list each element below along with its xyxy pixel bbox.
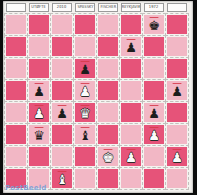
stamp-c8 xyxy=(52,15,72,34)
stamp-inscription-mark xyxy=(150,105,159,107)
stamp-d8 xyxy=(75,15,95,34)
header-label-4: FISCHER xyxy=(98,3,118,12)
stamp-inscription-mark xyxy=(81,127,90,129)
stamp-f5 xyxy=(121,81,141,100)
stamp-c2 xyxy=(52,147,72,166)
stamp-inscription-mark xyxy=(173,149,182,151)
stamp-h6 xyxy=(167,59,187,78)
stamp-inscription-mark xyxy=(150,127,159,129)
stamp-d3: ♝ xyxy=(75,125,95,144)
stamp-g6 xyxy=(144,59,164,78)
stamp-g7 xyxy=(144,37,164,56)
stamp-inscription-mark xyxy=(81,83,90,85)
stamp-e5 xyxy=(98,81,118,100)
black-pawn-icon: ♟ xyxy=(79,63,91,76)
stamp-b2 xyxy=(29,147,49,166)
stamp-c5 xyxy=(52,81,72,100)
stamp-f7: ♟ xyxy=(121,37,141,56)
stamp-inscription-mark xyxy=(35,105,44,107)
stamp-h8 xyxy=(167,15,187,34)
stamp-g1 xyxy=(144,169,164,188)
white-pawn-icon: ♟ xyxy=(125,151,137,164)
stamp-d7 xyxy=(75,37,95,56)
white-king-icon: ♚ xyxy=(102,151,114,164)
stamp-c1: ♝ xyxy=(52,169,72,188)
stamp-inscription-mark xyxy=(127,149,136,151)
white-pawn-icon: ♟ xyxy=(148,129,160,142)
stamp-g3: ♟ xyxy=(144,125,164,144)
stamp-e8 xyxy=(98,15,118,34)
stamp-e4 xyxy=(98,103,118,122)
header-label-1: UTØFTE xyxy=(29,3,49,12)
stamp-sheet: UTØFTE2010SPASSKYFISCHERREYKJAVIK1972 ♚♟… xyxy=(3,1,193,193)
stamp-a5 xyxy=(6,81,26,100)
stamp-b4: ♟ xyxy=(29,103,49,122)
stamp-c7 xyxy=(52,37,72,56)
stamp-g8: ♚ xyxy=(144,15,164,34)
stamp-d6: ♟ xyxy=(75,59,95,78)
stamp-f3 xyxy=(121,125,141,144)
stamp-g4: ♟ xyxy=(144,103,164,122)
stamp-g2 xyxy=(144,147,164,166)
header-label-2: 2010 xyxy=(52,3,72,12)
stamp-e1 xyxy=(98,169,118,188)
stamp-f6 xyxy=(121,59,141,78)
stamp-g5 xyxy=(144,81,164,100)
stamp-a8 xyxy=(6,15,26,34)
header-label-0 xyxy=(6,3,26,12)
stamp-d5: ♟ xyxy=(75,81,95,100)
stamp-inscription-mark xyxy=(173,83,182,85)
watermark: PostBeeld xyxy=(5,184,47,192)
stamp-inscription-mark xyxy=(81,105,90,107)
black-pawn-icon: ♟ xyxy=(56,107,68,120)
stamp-inscription-mark xyxy=(58,105,67,107)
stamp-f1 xyxy=(121,169,141,188)
stamp-c3 xyxy=(52,125,72,144)
sheet-header: UTØFTE2010SPASSKYFISCHERREYKJAVIK1972 xyxy=(6,3,187,12)
stamp-sheet-board: ♚♟♟♟♟♟♟♟♛♟♛♝♟♚♟♟♝ xyxy=(6,15,187,188)
stamp-d2 xyxy=(75,147,95,166)
white-queen-icon: ♛ xyxy=(79,107,91,120)
stamp-b5: ♟ xyxy=(29,81,49,100)
stamp-inscription-mark xyxy=(150,17,159,19)
stamp-h3 xyxy=(167,125,187,144)
stamp-b6 xyxy=(29,59,49,78)
header-label-6: 1972 xyxy=(144,3,164,12)
black-pawn-icon: ♟ xyxy=(125,41,137,54)
white-pawn-icon: ♟ xyxy=(79,85,91,98)
stamp-e2: ♚ xyxy=(98,147,118,166)
stamp-e3 xyxy=(98,125,118,144)
stamp-a6 xyxy=(6,59,26,78)
stamp-inscription-mark xyxy=(35,127,44,129)
white-pawn-icon: ♟ xyxy=(171,151,183,164)
stamp-b3: ♛ xyxy=(29,125,49,144)
stamp-e6 xyxy=(98,59,118,78)
stamp-b8 xyxy=(29,15,49,34)
stamp-a3 xyxy=(6,125,26,144)
stamp-c4: ♟ xyxy=(52,103,72,122)
stamp-h4 xyxy=(167,103,187,122)
stamp-f8 xyxy=(121,15,141,34)
stamp-f4 xyxy=(121,103,141,122)
black-pawn-icon: ♟ xyxy=(171,85,183,98)
header-label-7 xyxy=(167,3,187,12)
stamp-inscription-mark xyxy=(127,39,136,41)
black-bishop-icon: ♝ xyxy=(79,129,91,142)
stamp-f2: ♟ xyxy=(121,147,141,166)
black-pawn-icon: ♟ xyxy=(33,85,45,98)
stamp-h7 xyxy=(167,37,187,56)
stamp-inscription-mark xyxy=(58,171,67,173)
header-label-3: SPASSKY xyxy=(75,3,95,12)
stamp-inscription-mark xyxy=(35,83,44,85)
black-pawn-icon: ♟ xyxy=(148,107,160,120)
stamp-h5: ♟ xyxy=(167,81,187,100)
white-bishop-icon: ♝ xyxy=(56,173,68,186)
stamp-b7 xyxy=(29,37,49,56)
header-label-5: REYKJAVIK xyxy=(121,3,141,12)
stamp-e7 xyxy=(98,37,118,56)
stamp-inscription-mark xyxy=(104,149,113,151)
stamp-d4: ♛ xyxy=(75,103,95,122)
stamp-a4 xyxy=(6,103,26,122)
stamp-h2: ♟ xyxy=(167,147,187,166)
stamp-a2 xyxy=(6,147,26,166)
black-king-icon: ♚ xyxy=(148,19,160,32)
stamp-c6 xyxy=(52,59,72,78)
stamp-d1 xyxy=(75,169,95,188)
white-pawn-icon: ♟ xyxy=(33,107,45,120)
stamp-a7 xyxy=(6,37,26,56)
stamp-inscription-mark xyxy=(81,61,90,63)
stamp-h1 xyxy=(167,169,187,188)
black-queen-icon: ♛ xyxy=(33,129,45,142)
